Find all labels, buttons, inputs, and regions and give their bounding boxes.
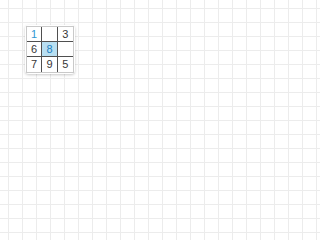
sudoku-cell-r0c2[interactable]: 3 (58, 27, 73, 42)
sudoku-cell-r1c0[interactable]: 6 (27, 42, 42, 57)
sudoku-cell-r2c2[interactable]: 5 (58, 57, 73, 72)
sudoku-cell-r1c1[interactable]: 8 (42, 42, 57, 57)
sudoku-cell-r1c2[interactable] (58, 42, 73, 57)
sudoku-board-card: 1 3 6 8 7 9 5 (25, 25, 75, 74)
sudoku-cell-r2c1[interactable]: 9 (42, 57, 57, 72)
sudoku-cell-r0c0[interactable]: 1 (27, 27, 42, 42)
sudoku-cell-r0c1[interactable] (42, 27, 57, 42)
sudoku-cell-r2c0[interactable]: 7 (27, 57, 42, 72)
sudoku-grid: 1 3 6 8 7 9 5 (26, 26, 74, 73)
